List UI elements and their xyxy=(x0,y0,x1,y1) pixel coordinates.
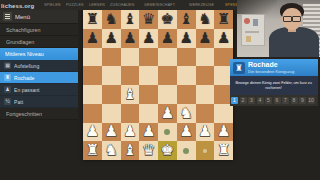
sidebar-section-mittleres-niveau[interactable]: Mittleres Niveau xyxy=(0,48,78,60)
piece-white-rook[interactable]: ♜ xyxy=(86,143,99,158)
piece-white-king[interactable]: ♚ xyxy=(161,143,174,158)
piece-white-knight[interactable]: ♞ xyxy=(179,106,192,121)
chess-board: ♜♞♝♛♚♝♞♜♟♟♟♟♟♟♟♟♝♟♞♟♟♟♟♟♟♟♜♞♝♛♚♜ xyxy=(83,10,233,160)
square-e4[interactable] xyxy=(158,85,177,104)
piece-white-pawn[interactable]: ♟ xyxy=(86,124,99,139)
square-d5[interactable] xyxy=(139,66,158,85)
square-h8[interactable]: ♜ xyxy=(214,10,233,29)
square-f4[interactable] xyxy=(177,85,196,104)
glasses xyxy=(283,16,301,20)
sidebar-item-label: Aufstellung xyxy=(14,63,39,68)
section-label: Mittleres Niveau xyxy=(5,51,44,56)
move-dest-dot xyxy=(203,149,207,153)
square-b4[interactable] xyxy=(102,85,121,104)
square-d8[interactable]: ♛ xyxy=(139,10,158,29)
piece-black-rook[interactable]: ♜ xyxy=(86,12,99,27)
square-g3[interactable] xyxy=(196,104,215,123)
square-d7[interactable]: ♟ xyxy=(139,29,158,48)
square-c1[interactable]: ♝ xyxy=(121,141,140,160)
piece-white-pawn[interactable]: ♟ xyxy=(161,106,174,121)
square-b8[interactable]: ♞ xyxy=(102,10,121,29)
level-button-8[interactable]: 8 xyxy=(291,97,298,104)
square-c2[interactable]: ♟ xyxy=(121,123,140,142)
square-c8[interactable]: ♝ xyxy=(121,10,140,29)
lesson-title: Rochade xyxy=(248,61,306,68)
piece-black-pawn[interactable]: ♟ xyxy=(198,31,211,46)
piece-black-pawn[interactable]: ♟ xyxy=(161,31,174,46)
square-f5[interactable] xyxy=(177,66,196,85)
nav-item-lernen[interactable]: LERNEN xyxy=(89,3,105,7)
piece-white-pawn[interactable]: ♟ xyxy=(123,124,136,139)
nav-item-puzzles[interactable]: PUZZLES xyxy=(66,3,84,7)
square-h3[interactable] xyxy=(214,104,233,123)
sidebar-item-label: Fortgeschritten xyxy=(6,111,42,116)
piece-white-pawn[interactable]: ♟ xyxy=(217,124,230,139)
piece-white-queen[interactable]: ♛ xyxy=(142,143,155,158)
square-a6[interactable] xyxy=(83,48,102,67)
square-e8[interactable]: ♚ xyxy=(158,10,177,29)
nav-item-zuschauen[interactable]: ZUSCHAUEN xyxy=(110,3,134,7)
square-a1[interactable]: ♜ xyxy=(83,141,102,160)
square-b3[interactable] xyxy=(102,104,121,123)
piece-black-queen[interactable]: ♛ xyxy=(142,12,155,27)
square-c3[interactable] xyxy=(121,104,140,123)
piece-black-pawn[interactable]: ♟ xyxy=(86,31,99,46)
sidebar-item-grundlagen[interactable]: Grundlagen xyxy=(0,36,78,48)
piece-white-bishop[interactable]: ♝ xyxy=(123,87,136,102)
hamburger-icon xyxy=(3,12,12,21)
level-button-4[interactable]: 4 xyxy=(257,97,264,104)
lesson-card: ♜ Rochade Der besondere Königszug Bewege… xyxy=(230,59,318,106)
square-g2[interactable]: ♟ xyxy=(196,123,215,142)
square-f2[interactable]: ♟ xyxy=(177,123,196,142)
square-d6[interactable] xyxy=(139,48,158,67)
shelf xyxy=(241,14,265,46)
piece-black-knight[interactable]: ♞ xyxy=(104,12,117,27)
square-e6[interactable] xyxy=(158,48,177,67)
square-c4[interactable]: ♝ xyxy=(121,85,140,104)
board-setup-icon: ▦ xyxy=(4,62,11,69)
square-h2[interactable]: ♟ xyxy=(214,123,233,142)
square-b5[interactable] xyxy=(102,66,121,85)
square-e5[interactable] xyxy=(158,66,177,85)
menu-label: Menü xyxy=(15,14,30,20)
level-button-3[interactable]: 3 xyxy=(248,97,255,104)
webcam-overlay xyxy=(237,0,320,57)
move-dest-dot xyxy=(183,148,189,154)
level-button-1[interactable]: 1 xyxy=(231,97,238,104)
square-f7[interactable]: ♟ xyxy=(177,29,196,48)
square-e3[interactable]: ♟ xyxy=(158,104,177,123)
lesson-card-header: ♜ Rochade Der besondere Königszug xyxy=(230,59,318,76)
square-a2[interactable]: ♟ xyxy=(83,123,102,142)
square-h7[interactable]: ♟ xyxy=(214,29,233,48)
square-d1[interactable]: ♛ xyxy=(139,141,158,160)
square-a8[interactable]: ♜ xyxy=(83,10,102,29)
square-g4[interactable] xyxy=(196,85,215,104)
piece-black-pawn[interactable]: ♟ xyxy=(217,31,230,46)
square-e2[interactable] xyxy=(158,123,177,142)
square-c5[interactable] xyxy=(121,66,140,85)
square-a5[interactable] xyxy=(83,66,102,85)
piece-white-pawn[interactable]: ♟ xyxy=(142,124,155,139)
square-c6[interactable] xyxy=(121,48,140,67)
square-a7[interactable]: ♟ xyxy=(83,29,102,48)
castling-icon: ♜ xyxy=(233,62,245,74)
level-button-2[interactable]: 2 xyxy=(240,97,247,104)
square-d2[interactable]: ♟ xyxy=(139,123,158,142)
piece-black-knight[interactable]: ♞ xyxy=(198,12,211,27)
sidebar-item-label: Rochade xyxy=(14,75,34,80)
piece-black-pawn[interactable]: ♟ xyxy=(104,31,117,46)
sidebar-item-aufstellung[interactable]: ▦Aufstellung xyxy=(0,60,78,72)
square-a4[interactable] xyxy=(83,85,102,104)
square-b2[interactable]: ♟ xyxy=(102,123,121,142)
piece-white-pawn[interactable]: ♟ xyxy=(104,124,117,139)
piece-black-pawn[interactable]: ♟ xyxy=(179,31,192,46)
square-f6[interactable] xyxy=(177,48,196,67)
level-button-5[interactable]: 5 xyxy=(265,97,272,104)
lichess-learn-page: lichess.org SPIELENPUZZLESLERNENZUSCHAUE… xyxy=(0,0,320,180)
piece-white-bishop[interactable]: ♝ xyxy=(123,143,136,158)
level-button-9[interactable]: 9 xyxy=(299,97,306,104)
square-c7[interactable]: ♟ xyxy=(121,29,140,48)
level-button-10[interactable]: 10 xyxy=(308,97,315,104)
piece-black-rook[interactable]: ♜ xyxy=(217,12,230,27)
square-e1[interactable]: ♚ xyxy=(158,141,177,160)
lesson-subtitle: Der besondere Königszug xyxy=(248,69,294,74)
piece-black-pawn[interactable]: ♟ xyxy=(142,31,155,46)
move-dest-dot xyxy=(164,129,170,135)
lesson-sidebar: Menü Schachfiguren Grundlagen Mittleres … xyxy=(0,10,78,120)
piece-black-pawn[interactable]: ♟ xyxy=(123,31,136,46)
nav-item-gemeinschaft[interactable]: GEMEINSCHAFT xyxy=(144,3,175,7)
piece-black-bishop[interactable]: ♝ xyxy=(179,12,192,27)
piece-black-king[interactable]: ♚ xyxy=(161,12,174,27)
square-f3[interactable]: ♞ xyxy=(177,104,196,123)
piece-white-pawn[interactable]: ♟ xyxy=(198,124,211,139)
nav-items: SPIELENPUZZLESLERNENZUSCHAUENGEMEINSCHAF… xyxy=(44,2,243,8)
piece-black-bishop[interactable]: ♝ xyxy=(123,12,136,27)
site-logo[interactable]: lichess.org xyxy=(1,2,34,8)
square-g6[interactable] xyxy=(196,48,215,67)
sidebar-item-fortgeschritten[interactable]: Fortgeschritten xyxy=(0,108,78,120)
lesson-instruction: Bewege deinen König zwei Felder, um kurz… xyxy=(233,81,314,90)
menu-button[interactable]: Menü xyxy=(0,10,78,24)
level-button-7[interactable]: 7 xyxy=(282,97,289,104)
en-passant-icon: ♟ xyxy=(4,86,11,93)
square-g8[interactable]: ♞ xyxy=(196,10,215,29)
square-e7[interactable]: ♟ xyxy=(158,29,177,48)
square-g5[interactable] xyxy=(196,66,215,85)
square-b6[interactable] xyxy=(102,48,121,67)
sidebar-item-label: Grundlagen xyxy=(6,39,34,44)
square-b7[interactable]: ♟ xyxy=(102,29,121,48)
lesson-instruction-box: Bewege deinen König zwei Felder, um kurz… xyxy=(230,76,318,95)
piece-white-knight[interactable]: ♞ xyxy=(104,143,117,158)
sidebar-item-patt[interactable]: ½Patt xyxy=(0,96,78,108)
sidebar-item-label: En passant xyxy=(14,87,40,92)
sidebar-item-label: Patt xyxy=(14,99,23,104)
square-d4[interactable] xyxy=(139,85,158,104)
nav-item-spielen[interactable]: SPIELEN xyxy=(44,3,61,7)
square-h1[interactable]: ♜ xyxy=(214,141,233,160)
square-g7[interactable]: ♟ xyxy=(196,29,215,48)
square-d3[interactable] xyxy=(139,104,158,123)
castling-icon: ♜ xyxy=(4,74,11,81)
square-f1[interactable] xyxy=(177,141,196,160)
piece-white-pawn[interactable]: ♟ xyxy=(179,124,192,139)
sidebar-item-schachfiguren[interactable]: Schachfiguren xyxy=(0,24,78,36)
stalemate-icon: ½ xyxy=(4,98,11,105)
nav-item-werkzeuge[interactable]: WERKZEUGE xyxy=(189,3,214,7)
sidebar-item-rochade[interactable]: ♜Rochade xyxy=(0,72,78,84)
sidebar-item-en-passant[interactable]: ♟En passant xyxy=(0,84,78,96)
piece-white-rook[interactable]: ♜ xyxy=(217,143,230,158)
square-b1[interactable]: ♞ xyxy=(102,141,121,160)
level-selector: 12345678910 xyxy=(230,95,318,106)
presenter xyxy=(271,3,317,57)
square-f8[interactable]: ♝ xyxy=(177,10,196,29)
level-button-6[interactable]: 6 xyxy=(274,97,281,104)
section-sub-items: ▦Aufstellung♜Rochade♟En passant½Patt xyxy=(0,60,78,108)
sidebar-item-label: Schachfiguren xyxy=(6,27,41,32)
square-g1[interactable] xyxy=(196,141,215,160)
square-a3[interactable] xyxy=(83,104,102,123)
